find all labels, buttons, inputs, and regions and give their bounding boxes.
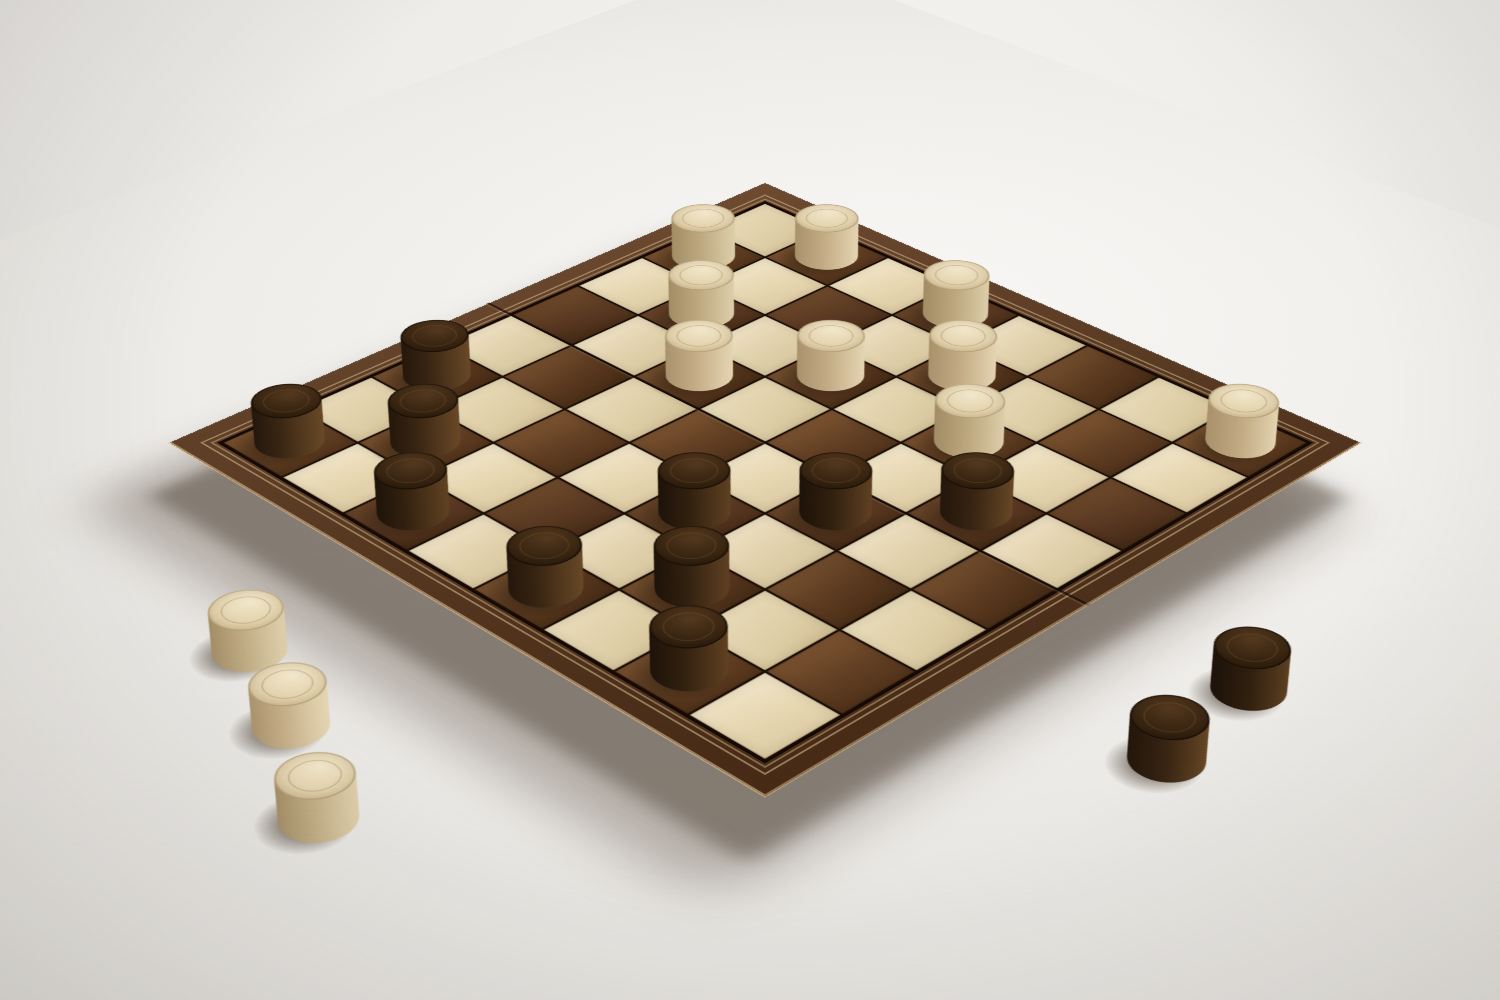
checker-light-piece[interactable] <box>652 354 747 400</box>
checker-dark-piece[interactable] <box>362 487 464 540</box>
checker-light-piece[interactable] <box>1191 418 1289 468</box>
checker-dark-piece[interactable] <box>493 561 599 618</box>
checker-dark-piece[interactable] <box>1111 730 1222 795</box>
checker-light-piece[interactable] <box>782 237 871 278</box>
checker-dark-piece[interactable] <box>634 641 744 703</box>
scene <box>0 0 1500 1000</box>
checker-dark-piece[interactable] <box>1195 661 1302 722</box>
checker-dark-piece[interactable] <box>925 487 1027 540</box>
checker-light-piece[interactable] <box>783 354 878 400</box>
checker-light-piece[interactable] <box>262 787 376 855</box>
table-surface <box>0 0 1500 1000</box>
photo-canvas <box>0 0 1500 1000</box>
checker-dark-piece[interactable] <box>241 418 339 468</box>
checker-light-piece[interactable] <box>237 697 346 760</box>
checker-dark-piece[interactable] <box>784 487 886 540</box>
